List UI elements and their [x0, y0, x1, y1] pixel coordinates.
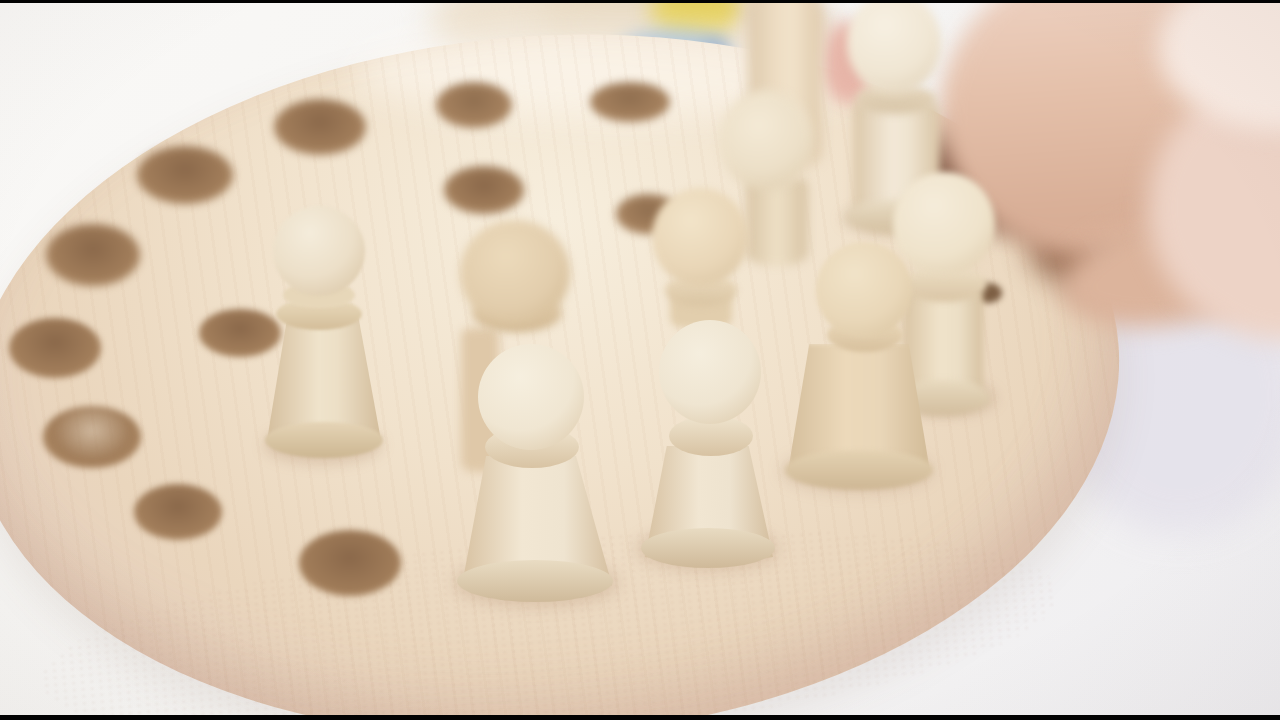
letterbox-bar-top	[0, 0, 1280, 3]
photo-vignette	[0, 0, 1280, 720]
letterbox-bar-bottom	[0, 715, 1280, 720]
video-frame-memory-chess	[0, 0, 1280, 720]
